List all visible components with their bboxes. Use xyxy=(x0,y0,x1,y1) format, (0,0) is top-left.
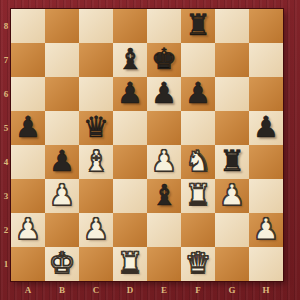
square-d4[interactable] xyxy=(113,145,147,179)
square-b2[interactable] xyxy=(45,213,79,247)
square-c8[interactable] xyxy=(79,9,113,43)
square-e3[interactable]: ♝ xyxy=(147,179,181,213)
square-f1[interactable]: ♛ xyxy=(181,247,215,281)
square-a4[interactable] xyxy=(11,145,45,179)
rank-label-6: 6 xyxy=(1,77,11,111)
rank-label-4: 4 xyxy=(1,145,11,179)
square-d5[interactable] xyxy=(113,111,147,145)
square-g6[interactable] xyxy=(215,77,249,111)
piece-white-rook[interactable]: ♜ xyxy=(181,179,215,213)
square-b5[interactable] xyxy=(45,111,79,145)
piece-black-pawn[interactable]: ♟ xyxy=(45,145,79,179)
file-label-a: A xyxy=(11,283,45,299)
square-a7[interactable] xyxy=(11,43,45,77)
square-g1[interactable] xyxy=(215,247,249,281)
piece-black-bishop[interactable]: ♝ xyxy=(147,179,181,213)
square-f6[interactable]: ♟ xyxy=(181,77,215,111)
piece-black-pawn[interactable]: ♟ xyxy=(113,77,147,111)
piece-black-bishop[interactable]: ♝ xyxy=(113,43,147,77)
square-e1[interactable] xyxy=(147,247,181,281)
square-g4[interactable]: ♜ xyxy=(215,145,249,179)
square-h8[interactable] xyxy=(249,9,283,43)
square-g7[interactable] xyxy=(215,43,249,77)
square-e4[interactable]: ♟ xyxy=(147,145,181,179)
piece-black-pawn[interactable]: ♟ xyxy=(11,111,45,145)
square-b6[interactable] xyxy=(45,77,79,111)
square-e5[interactable] xyxy=(147,111,181,145)
file-label-h: H xyxy=(249,283,283,299)
square-h5[interactable]: ♟ xyxy=(249,111,283,145)
square-f8[interactable]: ♜ xyxy=(181,9,215,43)
piece-black-pawn[interactable]: ♟ xyxy=(181,77,215,111)
rank-label-8: 8 xyxy=(1,9,11,43)
rank-label-5: 5 xyxy=(1,111,11,145)
square-f5[interactable] xyxy=(181,111,215,145)
board-frame: ♜♝♚♟♟♟♟♛♟♟♝♟♞♜♟♝♜♟♟♟♟♚♜♛ 87654321ABCDEFG… xyxy=(0,0,300,300)
square-b8[interactable] xyxy=(45,9,79,43)
square-h2[interactable]: ♟ xyxy=(249,213,283,247)
piece-white-knight[interactable]: ♞ xyxy=(181,145,215,179)
piece-white-pawn[interactable]: ♟ xyxy=(249,213,283,247)
square-b7[interactable] xyxy=(45,43,79,77)
square-d1[interactable]: ♜ xyxy=(113,247,147,281)
file-label-g: G xyxy=(215,283,249,299)
square-c2[interactable]: ♟ xyxy=(79,213,113,247)
piece-white-queen[interactable]: ♛ xyxy=(181,247,215,281)
square-g2[interactable] xyxy=(215,213,249,247)
piece-black-king[interactable]: ♚ xyxy=(147,43,181,77)
square-c3[interactable] xyxy=(79,179,113,213)
piece-black-rook[interactable]: ♜ xyxy=(181,9,215,43)
square-f4[interactable]: ♞ xyxy=(181,145,215,179)
square-e6[interactable]: ♟ xyxy=(147,77,181,111)
square-h4[interactable] xyxy=(249,145,283,179)
square-d2[interactable] xyxy=(113,213,147,247)
square-c7[interactable] xyxy=(79,43,113,77)
square-a1[interactable] xyxy=(11,247,45,281)
square-d3[interactable] xyxy=(113,179,147,213)
file-label-f: F xyxy=(181,283,215,299)
rank-label-3: 3 xyxy=(1,179,11,213)
square-d8[interactable] xyxy=(113,9,147,43)
square-h7[interactable] xyxy=(249,43,283,77)
square-g3[interactable]: ♟ xyxy=(215,179,249,213)
square-d7[interactable]: ♝ xyxy=(113,43,147,77)
square-a3[interactable] xyxy=(11,179,45,213)
piece-white-pawn[interactable]: ♟ xyxy=(79,213,113,247)
piece-white-bishop[interactable]: ♝ xyxy=(79,145,113,179)
piece-white-king[interactable]: ♚ xyxy=(45,247,79,281)
piece-black-pawn[interactable]: ♟ xyxy=(147,77,181,111)
piece-white-pawn[interactable]: ♟ xyxy=(11,213,45,247)
square-b4[interactable]: ♟ xyxy=(45,145,79,179)
square-g8[interactable] xyxy=(215,9,249,43)
square-c4[interactable]: ♝ xyxy=(79,145,113,179)
square-f3[interactable]: ♜ xyxy=(181,179,215,213)
square-d6[interactable]: ♟ xyxy=(113,77,147,111)
square-h1[interactable] xyxy=(249,247,283,281)
rank-label-2: 2 xyxy=(1,213,11,247)
square-c1[interactable] xyxy=(79,247,113,281)
square-g5[interactable] xyxy=(215,111,249,145)
piece-black-queen[interactable]: ♛ xyxy=(79,111,113,145)
file-label-e: E xyxy=(147,283,181,299)
rank-label-1: 1 xyxy=(1,247,11,281)
square-a6[interactable] xyxy=(11,77,45,111)
square-b1[interactable]: ♚ xyxy=(45,247,79,281)
square-c6[interactable] xyxy=(79,77,113,111)
piece-black-rook[interactable]: ♜ xyxy=(215,145,249,179)
square-f2[interactable] xyxy=(181,213,215,247)
rank-label-7: 7 xyxy=(1,43,11,77)
square-a8[interactable] xyxy=(11,9,45,43)
square-f7[interactable] xyxy=(181,43,215,77)
square-c5[interactable]: ♛ xyxy=(79,111,113,145)
square-e7[interactable]: ♚ xyxy=(147,43,181,77)
chess-board: ♜♝♚♟♟♟♟♛♟♟♝♟♞♜♟♝♜♟♟♟♟♚♜♛ xyxy=(11,9,283,281)
file-label-b: B xyxy=(45,283,79,299)
square-a5[interactable]: ♟ xyxy=(11,111,45,145)
piece-white-pawn[interactable]: ♟ xyxy=(147,145,181,179)
piece-white-rook[interactable]: ♜ xyxy=(113,247,147,281)
square-h3[interactable] xyxy=(249,179,283,213)
piece-white-pawn[interactable]: ♟ xyxy=(45,179,79,213)
square-e8[interactable] xyxy=(147,9,181,43)
square-h6[interactable] xyxy=(249,77,283,111)
file-label-d: D xyxy=(113,283,147,299)
square-b3[interactable]: ♟ xyxy=(45,179,79,213)
piece-black-pawn[interactable]: ♟ xyxy=(249,111,283,145)
piece-white-pawn[interactable]: ♟ xyxy=(215,179,249,213)
square-e2[interactable] xyxy=(147,213,181,247)
square-a2[interactable]: ♟ xyxy=(11,213,45,247)
file-label-c: C xyxy=(79,283,113,299)
